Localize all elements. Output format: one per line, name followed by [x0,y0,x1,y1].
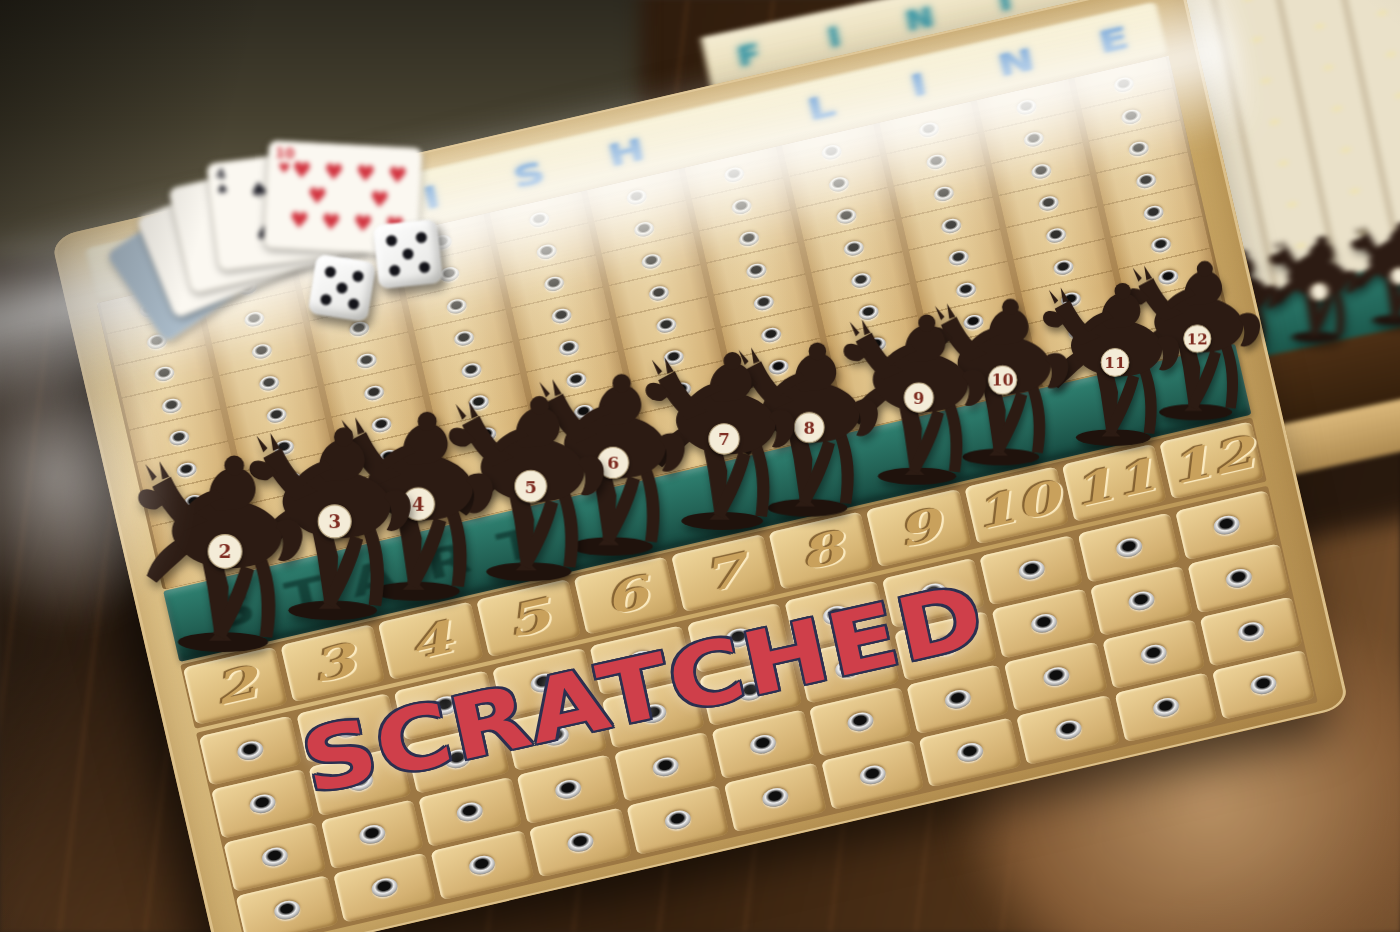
engraved-number: 5 [502,588,556,647]
peg-hole-eyelet [565,831,594,855]
peg-hole-eyelet [956,741,985,765]
peg-hole-eyelet [1139,642,1168,666]
peg-hole-eyelet [468,853,497,877]
peg-hole-eyelet [723,166,746,184]
peg-hole-eyelet [944,687,973,711]
peg-hole-eyelet [947,249,970,267]
card-corner-index: 4 ♠ [214,166,230,197]
engraved-number: 2 [209,656,263,715]
heart-pip: ♥ [291,159,312,182]
die-pip [352,270,365,283]
engraved-number: 9 [892,498,946,557]
peg-hole-eyelet [1212,513,1241,537]
peg-hole-eyelet [925,153,948,171]
peg-hole-eyelet [1120,108,1143,126]
peg-hole-eyelet [846,710,875,734]
peg-hole-eyelet [160,397,183,415]
peg-hole-eyelet [933,185,956,203]
peg-hole-eyelet [1135,172,1158,190]
peg-hole-eyelet [558,339,581,357]
die-pip [319,294,332,307]
heart-pip: ♥ [387,164,408,187]
die-pip [385,234,397,246]
peg-hole-eyelet [1127,140,1150,158]
peg-hole-eyelet [1224,567,1253,591]
horse-race-game-photo: FINISHLINE 234 FINISHLINE START 23456789… [0,0,1400,932]
peg-hole-eyelet [248,792,277,816]
peg-hole-eyelet [858,763,887,787]
peg-hole-eyelet [1017,558,1046,582]
peg-hole-eyelet [273,898,302,922]
peg-hole-eyelet [553,778,582,802]
peg-hole-eyelet [651,755,680,779]
heart-pip: ♥ [355,162,376,185]
peg-hole-eyelet [455,800,484,824]
peg-hole-eyelet [640,252,663,270]
peg-hole-eyelet [260,845,289,869]
peg-hole-eyelet [153,365,176,383]
peg-hole-eyelet [820,143,843,161]
heart-pip: ♥ [307,185,328,208]
peg-hole-eyelet [835,207,858,225]
peg-hole-eyelet [655,316,678,334]
peg-hole-eyelet [633,220,656,238]
peg-hole-eyelet [1142,204,1165,222]
heart-pip: ♥ [321,211,342,234]
peg-hole-eyelet [1037,194,1060,212]
peg-hole-eyelet [543,275,566,293]
peg-hole-eyelet [358,823,387,847]
peg-hole-eyelet [1030,162,1053,180]
peg-hole-eyelet [842,239,865,257]
peg-hole-eyelet [918,121,941,139]
peg-hole-eyelet [535,243,558,261]
peg-hole-eyelet [828,175,851,193]
peg-hole-eyelet [752,294,775,312]
peg-hole-eyelet [738,230,761,248]
die-pip [324,265,337,278]
engraved-number: 3 [306,633,360,692]
peg-hole-eyelet [460,361,483,379]
die-two[interactable] [373,219,443,289]
die-pip [419,262,431,274]
horse-number-badge [1391,267,1400,285]
peg-hole-eyelet [850,271,873,289]
horse-2[interactable]: 2 [135,440,309,655]
peg-hole-eyelet [370,876,399,900]
peg-hole-eyelet [1126,589,1155,613]
peg-hole-eyelet [663,808,692,832]
lane-number-2: 2 [183,647,288,725]
engraved-number: 11 [1066,448,1162,517]
lane-number-11: 11 [1062,444,1167,522]
peg-hole-eyelet [236,739,265,763]
peg-hole-eyelet [1015,98,1038,116]
peg-hole-eyelet [258,374,281,392]
peg-hole-eyelet [1053,718,1082,742]
die-one[interactable] [308,254,377,323]
heart-pip: ♥ [289,210,310,233]
peg-hole-eyelet [648,284,671,302]
peg-hole-eyelet [940,217,963,235]
finish-line-letter [675,119,772,141]
heart-pip: ♥ [369,188,390,211]
peg-hole-eyelet [1236,620,1265,644]
peg-hole-eyelet [550,307,573,325]
die-pip [416,231,428,243]
horse-number-badge [1310,282,1328,300]
peg-hole-eyelet [748,732,777,756]
peg-hole-eyelet [250,342,273,360]
die-pip [348,298,361,311]
peg-hole-eyelet [528,211,551,229]
peg-hole-eyelet [1249,673,1278,697]
die-pip [388,265,400,277]
peg-hole-eyelet [745,262,768,280]
die-pip [402,248,414,260]
peg-hole-eyelet [1113,76,1136,94]
peg-hole-eyelet [1029,612,1058,636]
peg-hole-eyelet [625,188,648,206]
peg-hole-eyelet [1023,130,1046,148]
die-pip [336,282,349,295]
peg-hole-eyelet [355,352,378,370]
engraved-number: 8 [794,521,848,580]
peg-hole-eyelet [761,786,790,810]
peg-hole-eyelet [730,198,753,216]
heart-pip: ♥ [352,213,373,236]
heart-pip: ♥ [323,161,344,184]
engraved-number: 7 [697,543,751,602]
peg-hole-eyelet [1114,536,1143,560]
peg-hole-eyelet [1151,696,1180,720]
peg-hole-eyelet [1041,665,1070,689]
peg-hole-eyelet [1045,226,1068,244]
